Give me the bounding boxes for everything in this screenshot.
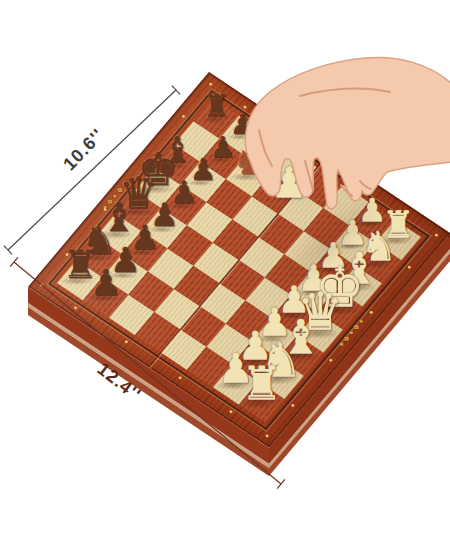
hand <box>0 0 450 540</box>
product-photo-scene: ✦❖✦❖✦ ✦❖✦❖✦ ♜♞♝♛♚♝♜♞♟♟♟♟♟♟♟♟♟♟♟♟♟♟♟♟♜♞♝♛… <box>0 0 450 540</box>
hand-silhouette <box>245 57 450 208</box>
